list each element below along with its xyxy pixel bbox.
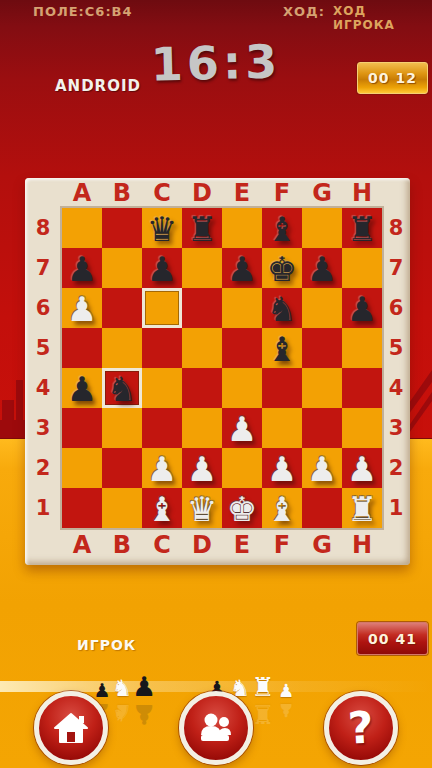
coordinate-label: G [302,178,342,209]
square-f3[interactable] [262,408,302,448]
coordinate-label: 4 [28,368,58,408]
square-d6[interactable] [182,288,222,328]
opponent-score-box: 00 12 [357,62,428,94]
coordinate-label: 6 [28,288,58,328]
square-h5[interactable] [342,328,382,368]
piece-black-pawn[interactable]: ♟ [342,288,382,328]
coordinate-label: 6 [381,288,411,328]
rank-labels-left: 87654321 [28,208,58,528]
square-h1[interactable]: ♜ [342,488,382,528]
square-d3[interactable] [182,408,222,448]
player-name: ИГРОК [77,637,136,653]
opponent-name: ANDROID [55,77,141,95]
square-g3[interactable] [302,408,342,448]
square-a4[interactable]: ♟ [62,368,102,408]
coordinate-label: D [182,178,222,209]
square-g4[interactable] [302,368,342,408]
square-a5[interactable] [62,328,102,368]
coordinate-label: 1 [28,488,58,528]
square-h3[interactable] [342,408,382,448]
piece-black-bishop[interactable]: ♝ [262,208,302,248]
piece-white-pawn[interactable]: ♟ [262,448,302,488]
square-h6[interactable]: ♟ [342,288,382,328]
coordinate-label: 3 [381,408,411,448]
square-a3[interactable] [62,408,102,448]
square-b4[interactable]: ♞ [102,368,142,408]
square-a7[interactable]: ♟ [62,248,102,288]
chess-board: ♛♜♝♜♟♟♟♚♟♟♞♟♝♟♞♟♟♟♟♟♟♝♛♚♝♜ [62,208,382,528]
square-a8[interactable] [62,208,102,248]
square-d8[interactable]: ♜ [182,208,222,248]
coordinate-label: A [62,178,102,209]
opponent-score-left: 00 [368,70,389,86]
square-g2[interactable]: ♟ [302,448,342,488]
square-h7[interactable] [342,248,382,288]
square-d4[interactable] [182,368,222,408]
opponent-score-right: 12 [396,70,417,86]
piece-black-knight[interactable]: ♞ [262,288,302,328]
square-b2[interactable] [102,448,142,488]
piece-white-pawn[interactable]: ♟ [342,448,382,488]
coordinate-label: H [342,530,382,565]
coordinate-label: 5 [381,328,411,368]
square-a1[interactable] [62,488,102,528]
player-score-box: 00 41 [357,622,428,655]
piece-black-king[interactable]: ♚ [262,248,302,288]
players-icon [196,711,236,745]
coordinate-label: 8 [381,208,411,248]
square-c1[interactable]: ♝ [142,488,182,528]
square-c4[interactable] [142,368,182,408]
turn-label: ХОД: [283,4,325,19]
square-d2[interactable]: ♟ [182,448,222,488]
square-f8[interactable]: ♝ [262,208,302,248]
coordinate-label: A [62,530,102,565]
square-e2[interactable] [222,448,262,488]
piece-white-pawn[interactable]: ♟ [182,448,222,488]
square-g5[interactable] [302,328,342,368]
piece-black-rook[interactable]: ♜ [342,208,382,248]
square-a6[interactable]: ♟ [62,288,102,328]
piece-black-pawn[interactable]: ♟ [62,248,102,288]
square-b8[interactable] [102,208,142,248]
coordinate-label: F [262,530,302,565]
square-f5[interactable]: ♝ [262,328,302,368]
piece-white-pawn[interactable]: ♟ [222,408,262,448]
file-labels-top: ABCDEFGH [62,178,382,208]
piece-white-rook[interactable]: ♜ [342,488,382,528]
square-e3[interactable]: ♟ [222,408,262,448]
coordinate-label: B [102,178,142,209]
square-c6[interactable] [142,288,182,328]
square-f4[interactable] [262,368,302,408]
piece-black-pawn[interactable]: ♟ [222,248,262,288]
square-h8[interactable]: ♜ [342,208,382,248]
game-timer: 16:3 [150,34,282,91]
square-g1[interactable] [302,488,342,528]
square-h4[interactable] [342,368,382,408]
square-h2[interactable]: ♟ [342,448,382,488]
piece-white-bishop[interactable]: ♝ [262,488,302,528]
square-b6[interactable] [102,288,142,328]
piece-white-king[interactable]: ♚ [222,488,262,528]
piece-white-pawn[interactable]: ♟ [302,448,342,488]
square-f6[interactable]: ♞ [262,288,302,328]
piece-black-pawn[interactable]: ♟ [142,248,182,288]
square-e8[interactable] [222,208,262,248]
square-f2[interactable]: ♟ [262,448,302,488]
coordinate-label: 2 [381,448,411,488]
square-f7[interactable]: ♚ [262,248,302,288]
square-c8[interactable]: ♛ [142,208,182,248]
turn-value: ХОД ИГРОКА [333,4,432,32]
piece-black-rook[interactable]: ♜ [182,208,222,248]
player-score-right: 41 [396,631,417,647]
piece-black-bishop[interactable]: ♝ [262,328,302,368]
coordinate-label: 2 [28,448,58,488]
coordinate-label: 8 [28,208,58,248]
coordinate-label: B [102,530,142,565]
square-d7[interactable] [182,248,222,288]
piece-white-bishop[interactable]: ♝ [142,488,182,528]
player-score-left: 00 [368,631,389,647]
home-button[interactable] [34,691,108,765]
square-c3[interactable] [142,408,182,448]
last-move-label: ПОЛЕ:C6:B4 [33,4,133,19]
square-f1[interactable]: ♝ [262,488,302,528]
piece-black-queen[interactable]: ♛ [142,208,182,248]
coordinate-label: 3 [28,408,58,448]
coordinate-label: H [342,178,382,209]
square-d1[interactable]: ♛ [182,488,222,528]
chess-board-frame: ABCDEFGH ABCDEFGH 87654321 87654321 ♛♜♝♜… [25,178,410,565]
app-screen: ПОЛЕ:C6:B4 ХОД: ХОД ИГРОКА 16:3 ANDROID … [0,0,432,768]
square-g8[interactable] [302,208,342,248]
square-b7[interactable] [102,248,142,288]
square-c2[interactable]: ♟ [142,448,182,488]
square-b5[interactable] [102,328,142,368]
players-button[interactable] [179,691,253,765]
coordinate-label: 1 [381,488,411,528]
square-e7[interactable]: ♟ [222,248,262,288]
rank-labels-right: 87654321 [381,208,411,528]
help-button[interactable]: ? [324,691,398,765]
coordinate-label: 5 [28,328,58,368]
coordinate-label: E [222,178,262,209]
square-e1[interactable]: ♚ [222,488,262,528]
square-e4[interactable] [222,368,262,408]
file-labels-bottom: ABCDEFGH [62,530,382,565]
square-e5[interactable] [222,328,262,368]
question-icon: ? [347,705,375,750]
coordinate-label: G [302,530,342,565]
coordinate-label: E [222,530,262,565]
piece-white-pawn[interactable]: ♟ [142,448,182,488]
square-b1[interactable] [102,488,142,528]
coordinate-label: 7 [28,248,58,288]
piece-white-pawn[interactable]: ♟ [62,288,102,328]
coordinate-label: F [262,178,302,209]
square-c5[interactable] [142,328,182,368]
piece-black-knight[interactable]: ♞ [102,368,142,408]
square-d5[interactable] [182,328,222,368]
square-g6[interactable] [302,288,342,328]
square-a2[interactable] [62,448,102,488]
square-b3[interactable] [102,408,142,448]
coordinate-label: C [142,178,182,209]
piece-white-queen[interactable]: ♛ [182,488,222,528]
square-e6[interactable] [222,288,262,328]
coordinate-label: 4 [381,368,411,408]
piece-black-pawn[interactable]: ♟ [62,368,102,408]
square-g7[interactable]: ♟ [302,248,342,288]
piece-black-pawn[interactable]: ♟ [302,248,342,288]
square-c7[interactable]: ♟ [142,248,182,288]
coordinate-label: 7 [381,248,411,288]
coordinate-label: D [182,530,222,565]
home-icon [52,711,90,745]
coordinate-label: C [142,530,182,565]
